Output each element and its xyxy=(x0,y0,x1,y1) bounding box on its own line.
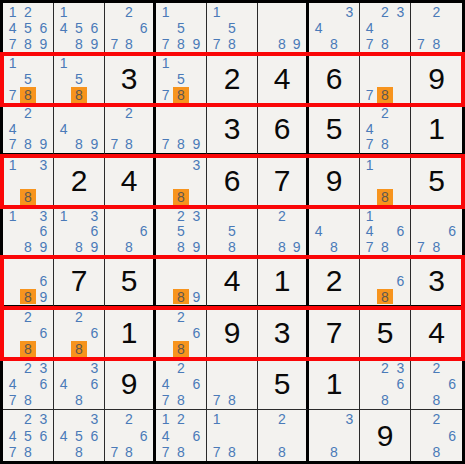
empty-candidate xyxy=(189,121,204,136)
empty-candidate xyxy=(36,258,51,273)
empty-candidate xyxy=(260,444,275,460)
solved-digit: 7 xyxy=(71,266,88,296)
cell-r8c1[interactable]: 234678 xyxy=(3,359,54,410)
candidate-7: 7 xyxy=(107,136,122,151)
empty-candidate xyxy=(413,224,429,240)
empty-candidate xyxy=(56,309,71,325)
empty-candidate xyxy=(260,411,275,427)
empty-candidate xyxy=(289,208,304,224)
cell-r5c5[interactable]: 58 xyxy=(207,207,258,258)
empty-candidate xyxy=(56,360,71,376)
cell-r2c6[interactable]: 4 xyxy=(258,54,309,105)
candidate-3: 3 xyxy=(393,360,408,376)
empty-candidate xyxy=(209,376,224,392)
candidate-3: 3 xyxy=(87,360,102,376)
candidate-2: 2 xyxy=(377,106,392,121)
cell-r2c8[interactable]: 78 xyxy=(360,54,411,105)
candidate-grid: 2368 xyxy=(360,359,410,409)
candidate-grid: 268 xyxy=(54,308,104,358)
empty-candidate xyxy=(326,4,341,20)
empty-candidate xyxy=(311,4,326,20)
empty-candidate xyxy=(71,325,86,341)
empty-candidate xyxy=(444,360,460,376)
candidate-7: 7 xyxy=(413,36,429,52)
empty-candidate xyxy=(289,411,304,427)
candidate-8: 8 xyxy=(20,136,35,151)
candidate-8: 8 xyxy=(173,392,188,408)
cell-r8c5[interactable]: 78 xyxy=(207,359,258,410)
cell-r6c7[interactable]: 2 xyxy=(309,257,360,308)
empty-candidate xyxy=(224,208,239,224)
empty-candidate xyxy=(56,106,71,121)
candidate-1: 1 xyxy=(209,411,224,427)
candidate-grid: 13689 xyxy=(54,207,104,257)
empty-candidate xyxy=(311,208,326,224)
candidate-grid: 2678 xyxy=(105,410,153,461)
empty-candidate xyxy=(107,427,122,443)
empty-candidate xyxy=(173,121,188,136)
candidate-2: 2 xyxy=(173,309,188,325)
solved-digit: 5 xyxy=(377,318,394,348)
cell-r4c4[interactable]: 38 xyxy=(156,156,207,207)
candidate-6: 6 xyxy=(136,20,151,36)
cell-r8c7[interactable]: 1 xyxy=(309,359,360,410)
empty-candidate xyxy=(136,208,151,224)
solved-digit: 4 xyxy=(428,318,445,348)
candidate-3: 3 xyxy=(36,208,51,224)
empty-candidate xyxy=(136,4,151,20)
cell-r5c4[interactable]: 23589 xyxy=(156,207,207,258)
cell-r5c7[interactable]: 48 xyxy=(309,207,360,258)
candidate-9: 9 xyxy=(87,239,102,255)
cell-r7c1[interactable]: 268 xyxy=(3,308,54,359)
candidate-3: 3 xyxy=(36,360,51,376)
cell-r5c1[interactable]: 13689 xyxy=(3,207,54,258)
empty-candidate xyxy=(158,208,173,224)
candidate-grid: 78 xyxy=(360,54,410,104)
candidate-8: 8 xyxy=(71,239,86,255)
highlighted-candidate-8: 8 xyxy=(20,341,35,357)
empty-candidate xyxy=(240,444,255,460)
empty-candidate xyxy=(429,376,445,392)
cell-r9c1[interactable]: 2345678 xyxy=(3,410,54,461)
empty-candidate xyxy=(240,427,255,443)
candidate-6: 6 xyxy=(444,224,460,240)
empty-candidate xyxy=(71,411,86,427)
candidate-6: 6 xyxy=(87,224,102,240)
candidate-grid: 2345678 xyxy=(3,410,53,461)
empty-candidate xyxy=(56,87,71,103)
empty-candidate xyxy=(5,325,20,341)
cell-r4c9[interactable]: 5 xyxy=(411,156,462,207)
cell-r4c7[interactable]: 9 xyxy=(309,156,360,207)
empty-candidate xyxy=(429,427,445,443)
candidate-8: 8 xyxy=(224,239,239,255)
cell-r5c2[interactable]: 13689 xyxy=(54,207,105,258)
empty-candidate xyxy=(311,444,326,460)
candidate-7: 7 xyxy=(5,87,20,103)
empty-candidate xyxy=(158,157,173,173)
empty-candidate xyxy=(326,208,341,224)
cell-r6c6[interactable]: 1 xyxy=(258,257,309,308)
candidate-8: 8 xyxy=(377,392,392,408)
candidate-4: 4 xyxy=(56,20,71,36)
empty-candidate xyxy=(209,239,224,255)
empty-candidate xyxy=(122,427,137,443)
empty-candidate xyxy=(136,36,151,52)
candidate-6: 6 xyxy=(36,427,51,443)
empty-candidate xyxy=(429,224,445,240)
empty-candidate xyxy=(444,4,460,20)
candidate-8: 8 xyxy=(71,136,86,151)
empty-candidate xyxy=(20,376,35,392)
empty-candidate xyxy=(173,258,188,273)
cell-r6c8[interactable]: 68 xyxy=(360,257,411,308)
candidate-4: 4 xyxy=(362,20,377,36)
empty-candidate xyxy=(342,20,357,36)
cell-r8c6[interactable]: 5 xyxy=(258,359,309,410)
empty-candidate xyxy=(260,208,275,224)
candidate-8: 8 xyxy=(71,392,86,408)
sudoku-grid: 1245678914568926781578915788934823478278… xyxy=(3,3,462,461)
candidate-8: 8 xyxy=(173,36,188,52)
empty-candidate xyxy=(289,224,304,240)
empty-candidate xyxy=(362,173,377,189)
candidate-grid: 13689 xyxy=(3,207,53,257)
cell-r7c9[interactable]: 4 xyxy=(411,308,462,359)
empty-candidate xyxy=(20,258,35,273)
candidate-8: 8 xyxy=(122,239,137,255)
empty-candidate xyxy=(158,173,173,189)
cell-r6c1[interactable]: 689 xyxy=(3,257,54,308)
cell-r1c5[interactable]: 1578 xyxy=(207,3,258,54)
empty-candidate xyxy=(393,136,408,151)
empty-candidate xyxy=(377,376,392,392)
solved-digit: 3 xyxy=(428,266,445,296)
candidate-2: 2 xyxy=(20,106,35,121)
cell-r1c4[interactable]: 15789 xyxy=(156,3,207,54)
empty-candidate xyxy=(173,427,188,443)
cell-r3c2[interactable]: 489 xyxy=(54,105,105,156)
candidate-7: 7 xyxy=(362,136,377,151)
empty-candidate xyxy=(342,208,357,224)
empty-candidate xyxy=(413,376,429,392)
cell-r2c1[interactable]: 1578 xyxy=(3,54,54,105)
cell-r8c3[interactable]: 9 xyxy=(105,359,156,410)
empty-candidate xyxy=(158,71,173,87)
empty-candidate xyxy=(240,392,255,408)
cell-r3c9[interactable]: 1 xyxy=(411,105,462,156)
empty-candidate xyxy=(362,4,377,20)
empty-candidate xyxy=(5,289,20,304)
solved-digit: 9 xyxy=(428,64,445,94)
empty-candidate xyxy=(189,444,204,460)
cell-r4c5[interactable]: 6 xyxy=(207,156,258,207)
cell-r7c3[interactable]: 1 xyxy=(105,308,156,359)
cell-r7c2[interactable]: 268 xyxy=(54,308,105,359)
cell-r3c4[interactable]: 789 xyxy=(156,105,207,156)
cell-r4c6[interactable]: 7 xyxy=(258,156,309,207)
candidate-grid: 68 xyxy=(360,257,410,305)
cell-r6c2[interactable]: 7 xyxy=(54,257,105,308)
candidate-8: 8 xyxy=(20,239,35,255)
candidate-5: 5 xyxy=(20,20,35,36)
candidate-8: 8 xyxy=(275,36,290,52)
candidate-2: 2 xyxy=(122,4,137,20)
candidate-8: 8 xyxy=(122,444,137,460)
candidate-6: 6 xyxy=(189,427,204,443)
highlighted-candidate-8: 8 xyxy=(20,87,35,103)
empty-candidate xyxy=(429,20,445,36)
candidate-grid: 28 xyxy=(258,410,306,461)
solved-digit: 6 xyxy=(274,114,291,144)
candidate-5: 5 xyxy=(20,71,35,87)
candidate-8: 8 xyxy=(71,36,86,52)
empty-candidate xyxy=(393,392,408,408)
empty-candidate xyxy=(158,309,173,325)
cell-r8c2[interactable]: 3468 xyxy=(54,359,105,410)
candidate-7: 7 xyxy=(5,136,20,151)
empty-candidate xyxy=(56,136,71,151)
empty-candidate xyxy=(122,20,137,36)
empty-candidate xyxy=(444,239,460,255)
empty-candidate xyxy=(173,55,188,71)
cell-r9c5[interactable]: 178 xyxy=(207,410,258,461)
candidate-8: 8 xyxy=(173,444,188,460)
candidate-2: 2 xyxy=(377,360,392,376)
candidate-2: 2 xyxy=(173,411,188,427)
cell-r9c7[interactable]: 38 xyxy=(309,410,360,461)
empty-candidate xyxy=(311,36,326,52)
candidate-9: 9 xyxy=(87,136,102,151)
candidate-8: 8 xyxy=(326,36,341,52)
empty-candidate xyxy=(20,224,35,240)
cell-r3c1[interactable]: 24789 xyxy=(3,105,54,156)
empty-candidate xyxy=(393,173,408,189)
cell-r7c7[interactable]: 7 xyxy=(309,308,360,359)
empty-candidate xyxy=(444,20,460,36)
empty-candidate xyxy=(56,239,71,255)
solved-digit: 6 xyxy=(326,64,343,94)
empty-candidate xyxy=(413,392,429,408)
empty-candidate xyxy=(189,106,204,121)
empty-candidate xyxy=(136,121,151,136)
cell-r1c8[interactable]: 23478 xyxy=(360,3,411,54)
cell-r5c8[interactable]: 14678 xyxy=(360,207,411,258)
candidate-9: 9 xyxy=(36,136,51,151)
candidate-1: 1 xyxy=(158,411,173,427)
candidate-8: 8 xyxy=(122,36,137,52)
empty-candidate xyxy=(189,411,204,427)
cell-r8c8[interactable]: 2368 xyxy=(360,359,411,410)
candidate-7: 7 xyxy=(362,87,377,103)
candidate-5: 5 xyxy=(71,427,86,443)
empty-candidate xyxy=(393,87,408,103)
candidate-2: 2 xyxy=(20,360,35,376)
solved-digit: 1 xyxy=(326,369,343,399)
candidate-2: 2 xyxy=(275,411,290,427)
empty-candidate xyxy=(158,121,173,136)
candidate-grid: 348 xyxy=(309,3,359,53)
cell-r2c7[interactable]: 6 xyxy=(309,54,360,105)
candidate-8: 8 xyxy=(429,392,445,408)
cell-r2c2[interactable]: 158 xyxy=(54,54,105,105)
cell-r3c7[interactable]: 5 xyxy=(309,105,360,156)
candidate-grid: 678 xyxy=(411,207,462,257)
empty-candidate xyxy=(87,444,102,460)
candidate-8: 8 xyxy=(275,239,290,255)
cell-r4c3[interactable]: 4 xyxy=(105,156,156,207)
empty-candidate xyxy=(326,20,341,36)
candidate-grid: 3468 xyxy=(54,359,104,409)
solved-digit: 7 xyxy=(326,318,343,348)
cell-r5c6[interactable]: 289 xyxy=(258,207,309,258)
empty-candidate xyxy=(20,274,35,289)
candidate-2: 2 xyxy=(275,208,290,224)
empty-candidate xyxy=(189,55,204,71)
candidate-grid: 38 xyxy=(309,410,359,461)
empty-candidate xyxy=(5,411,20,427)
cell-r8c9[interactable]: 268 xyxy=(411,359,462,410)
empty-candidate xyxy=(158,224,173,240)
empty-candidate xyxy=(56,411,71,427)
empty-candidate xyxy=(224,411,239,427)
solved-digit: 4 xyxy=(121,166,138,196)
cell-r7c6[interactable]: 3 xyxy=(258,308,309,359)
cell-r4c1[interactable]: 138 xyxy=(3,156,54,207)
solved-digit: 5 xyxy=(274,369,291,399)
empty-candidate xyxy=(189,20,204,36)
cell-r7c5[interactable]: 9 xyxy=(207,308,258,359)
empty-candidate xyxy=(393,208,408,224)
empty-candidate xyxy=(393,121,408,136)
empty-candidate xyxy=(136,444,151,460)
candidate-grid: 24678 xyxy=(156,359,206,409)
empty-candidate xyxy=(56,341,71,357)
cell-r2c4[interactable]: 1578 xyxy=(156,54,207,105)
cell-r1c1[interactable]: 12456789 xyxy=(3,3,54,54)
cell-r1c7[interactable]: 348 xyxy=(309,3,360,54)
candidate-2: 2 xyxy=(20,411,35,427)
candidate-3: 3 xyxy=(393,4,408,20)
cell-r2c5[interactable]: 2 xyxy=(207,54,258,105)
candidate-1: 1 xyxy=(56,4,71,20)
empty-candidate xyxy=(158,239,173,255)
empty-candidate xyxy=(158,360,173,376)
candidate-grid: 24789 xyxy=(3,105,53,153)
empty-candidate xyxy=(393,157,408,173)
empty-candidate xyxy=(289,427,304,443)
candidate-1: 1 xyxy=(362,157,377,173)
empty-candidate xyxy=(362,55,377,71)
empty-candidate xyxy=(87,4,102,20)
candidate-2: 2 xyxy=(377,4,392,20)
candidate-2: 2 xyxy=(429,411,445,427)
empty-candidate xyxy=(260,239,275,255)
empty-candidate xyxy=(107,411,122,427)
cell-r9c6[interactable]: 28 xyxy=(258,410,309,461)
candidate-1: 1 xyxy=(158,4,173,20)
cell-r8c4[interactable]: 24678 xyxy=(156,359,207,410)
candidate-2: 2 xyxy=(122,411,137,427)
cell-r9c4[interactable]: 124678 xyxy=(156,410,207,461)
empty-candidate xyxy=(377,20,392,36)
empty-candidate xyxy=(224,427,239,443)
empty-candidate xyxy=(87,106,102,121)
cell-r9c2[interactable]: 34568 xyxy=(54,410,105,461)
empty-candidate xyxy=(122,208,137,224)
solved-digit: 9 xyxy=(377,421,394,451)
cell-r2c9[interactable]: 9 xyxy=(411,54,462,105)
cell-r6c4[interactable]: 89 xyxy=(156,257,207,308)
candidate-grid: 1578 xyxy=(207,3,257,53)
empty-candidate xyxy=(275,427,290,443)
candidate-7: 7 xyxy=(158,444,173,460)
empty-candidate xyxy=(362,376,377,392)
cell-r3c3[interactable]: 278 xyxy=(105,105,156,156)
cell-r6c9[interactable]: 3 xyxy=(411,257,462,308)
cell-r6c5[interactable]: 4 xyxy=(207,257,258,308)
cell-r9c3[interactable]: 2678 xyxy=(105,410,156,461)
cell-r1c3[interactable]: 2678 xyxy=(105,3,156,54)
solved-digit: 6 xyxy=(224,166,241,196)
candidate-grid: 268 xyxy=(3,308,53,358)
cell-r2c3[interactable]: 3 xyxy=(105,54,156,105)
candidate-grid: 268 xyxy=(411,410,462,461)
cell-r5c9[interactable]: 678 xyxy=(411,207,462,258)
cell-r6c3[interactable]: 5 xyxy=(105,257,156,308)
candidate-grid: 1578 xyxy=(156,54,206,104)
candidate-grid: 14678 xyxy=(360,207,410,257)
empty-candidate xyxy=(240,4,255,20)
cell-r1c6[interactable]: 89 xyxy=(258,3,309,54)
candidate-8: 8 xyxy=(429,444,445,460)
cell-r7c8[interactable]: 5 xyxy=(360,308,411,359)
cell-r3c6[interactable]: 6 xyxy=(258,105,309,156)
empty-candidate xyxy=(189,224,204,240)
highlighted-candidate-8: 8 xyxy=(173,341,188,357)
cell-r1c9[interactable]: 278 xyxy=(411,3,462,54)
candidate-2: 2 xyxy=(20,4,35,20)
empty-candidate xyxy=(5,189,20,205)
candidate-3: 3 xyxy=(189,157,204,173)
cell-r9c8[interactable]: 9 xyxy=(360,410,411,461)
candidate-6: 6 xyxy=(87,376,102,392)
candidate-8: 8 xyxy=(71,444,86,460)
cell-r3c5[interactable]: 3 xyxy=(207,105,258,156)
cell-r9c9[interactable]: 268 xyxy=(411,410,462,461)
cell-r5c3[interactable]: 68 xyxy=(105,207,156,258)
cell-r4c8[interactable]: 18 xyxy=(360,156,411,207)
solved-digit: 3 xyxy=(121,64,138,94)
empty-candidate xyxy=(71,106,86,121)
cell-r7c4[interactable]: 268 xyxy=(156,308,207,359)
candidate-8: 8 xyxy=(224,392,239,408)
cell-r3c8[interactable]: 2478 xyxy=(360,105,411,156)
empty-candidate xyxy=(260,4,275,20)
empty-candidate xyxy=(36,444,51,460)
empty-candidate xyxy=(377,71,392,87)
empty-candidate xyxy=(326,411,341,427)
sudoku-board: 1245678914568926781578915788934823478278… xyxy=(0,0,465,464)
cell-r1c2[interactable]: 145689 xyxy=(54,3,105,54)
empty-candidate xyxy=(56,444,71,460)
empty-candidate xyxy=(362,274,377,289)
candidate-9: 9 xyxy=(87,36,102,52)
candidate-8: 8 xyxy=(377,136,392,151)
cell-r4c2[interactable]: 2 xyxy=(54,156,105,207)
empty-candidate xyxy=(158,341,173,357)
